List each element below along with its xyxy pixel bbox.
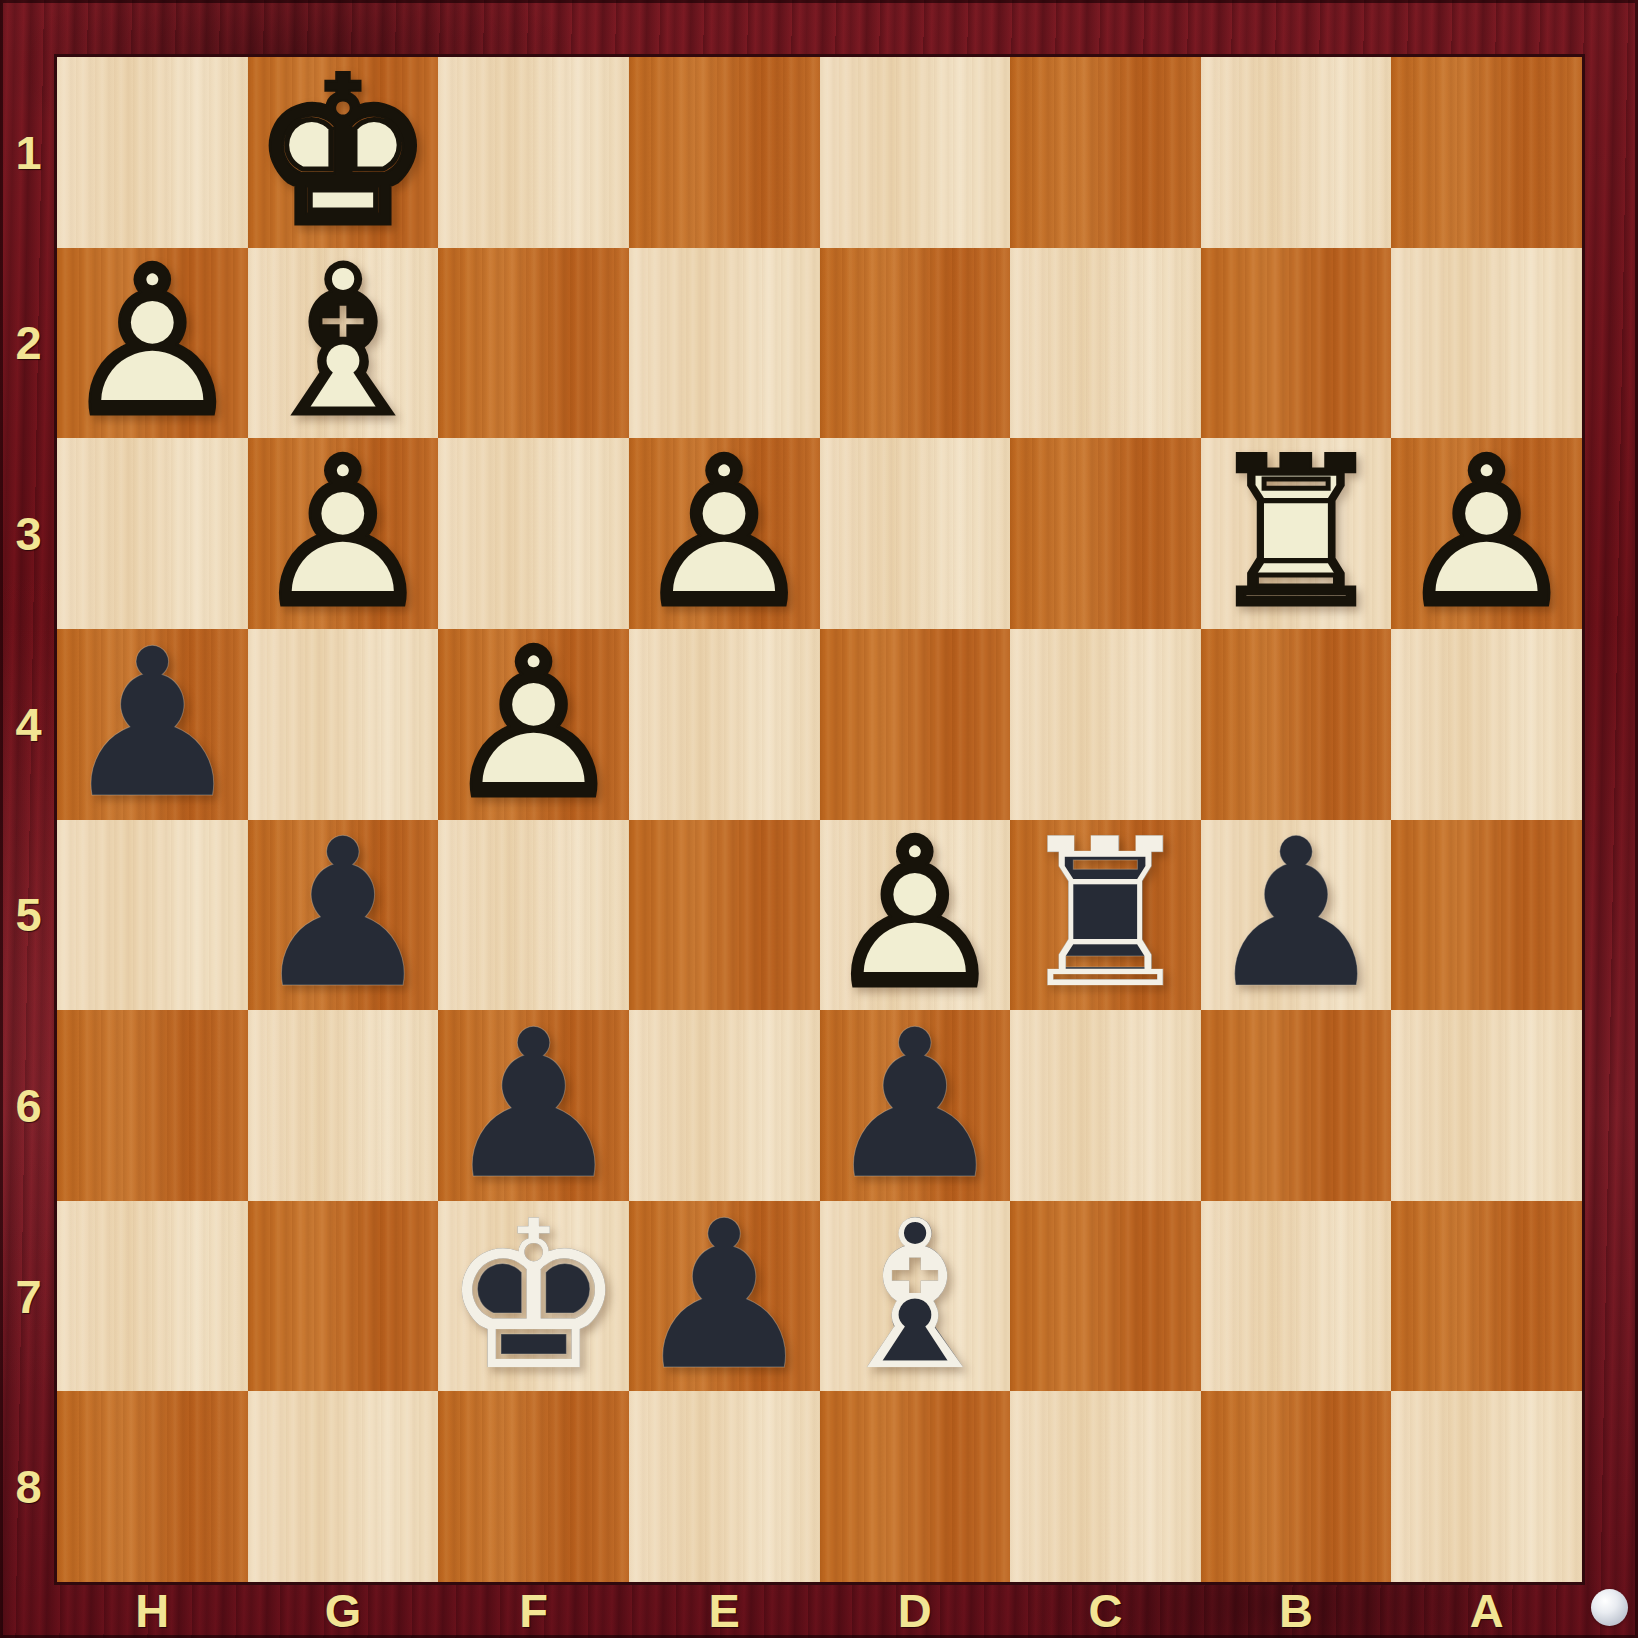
white-pawn-f4[interactable]: ♟♙ [438,629,629,820]
square-c1[interactable] [1010,57,1201,248]
square-h8[interactable] [57,1391,248,1582]
rank-label-2: 2 [0,248,57,439]
square-c3[interactable] [1010,438,1201,629]
square-a1[interactable] [1391,57,1582,248]
square-f4[interactable]: ♟♙ [438,629,629,820]
square-f3[interactable] [438,438,629,629]
square-e8[interactable] [629,1391,820,1582]
square-h3[interactable] [57,438,248,629]
black-pawn-e7[interactable]: ♟♙ [629,1201,820,1392]
square-a7[interactable] [1391,1201,1582,1392]
square-h4[interactable]: ♟♙ [57,629,248,820]
file-labels: HGFEDCBA [57,1582,1582,1638]
chess-app: ♚♔♟♙♝♗♟♙♟♙♜♖♟♙♟♙♟♙♟♙♟♙♜♖♟♙♟♙♟♙♚♔♟♙♝♗ 123… [0,0,1638,1638]
piece-glyph-outline: ♙ [820,820,1011,1011]
piece-glyph-fill: ♟ [438,1010,629,1201]
square-a5[interactable] [1391,820,1582,1011]
square-e1[interactable] [629,57,820,248]
square-g8[interactable] [248,1391,439,1582]
file-label-d: D [820,1582,1011,1638]
square-g4[interactable] [248,629,439,820]
square-h2[interactable]: ♟♙ [57,248,248,439]
piece-glyph-outline: ♙ [438,629,629,820]
square-h6[interactable] [57,1010,248,1201]
piece-glyph-fill: ♟ [57,629,248,820]
square-d1[interactable] [820,57,1011,248]
square-a8[interactable] [1391,1391,1582,1582]
piece-glyph-outline: ♔ [248,57,439,248]
square-e6[interactable] [629,1010,820,1201]
square-f5[interactable] [438,820,629,1011]
square-f2[interactable] [438,248,629,439]
rank-label-3: 3 [0,438,57,629]
piece-glyph-outline: ♗ [248,248,439,439]
file-label-h: H [57,1582,248,1638]
file-label-f: F [438,1582,629,1638]
square-h1[interactable] [57,57,248,248]
piece-glyph-fill: ♟ [629,1201,820,1392]
black-pawn-d6[interactable]: ♟♙ [820,1010,1011,1201]
square-b2[interactable] [1201,248,1392,439]
piece-glyph-fill: ♟ [820,1010,1011,1201]
square-c4[interactable] [1010,629,1201,820]
square-d5[interactable]: ♟♙ [820,820,1011,1011]
square-f8[interactable] [438,1391,629,1582]
square-f6[interactable]: ♟♙ [438,1010,629,1201]
white-pawn-e3[interactable]: ♟♙ [629,438,820,629]
square-g1[interactable]: ♚♔ [248,57,439,248]
square-c2[interactable] [1010,248,1201,439]
file-label-c: C [1010,1582,1201,1638]
square-g7[interactable] [248,1201,439,1392]
square-h5[interactable] [57,820,248,1011]
square-a4[interactable] [1391,629,1582,820]
square-c5[interactable]: ♜♖ [1010,820,1201,1011]
square-g2[interactable]: ♝♗ [248,248,439,439]
piece-glyph-fill: ♟ [1201,820,1392,1011]
square-a2[interactable] [1391,248,1582,439]
file-label-a: A [1391,1582,1582,1638]
square-g3[interactable]: ♟♙ [248,438,439,629]
piece-glyph-outline: ♖ [1010,820,1201,1011]
square-e2[interactable] [629,248,820,439]
black-bishop-d7[interactable]: ♝♗ [820,1201,1011,1392]
piece-glyph-outline: ♙ [629,438,820,629]
white-pawn-g3[interactable]: ♟♙ [248,438,439,629]
square-b5[interactable]: ♟♙ [1201,820,1392,1011]
square-b7[interactable] [1201,1201,1392,1392]
square-g5[interactable]: ♟♙ [248,820,439,1011]
square-b3[interactable]: ♜♖ [1201,438,1392,629]
square-h7[interactable] [57,1201,248,1392]
white-king-g1[interactable]: ♚♔ [248,57,439,248]
piece-glyph-fill: ♟ [248,820,439,1011]
black-pawn-b5[interactable]: ♟♙ [1201,820,1392,1011]
square-a3[interactable]: ♟♙ [1391,438,1582,629]
square-b8[interactable] [1201,1391,1392,1582]
square-g6[interactable] [248,1010,439,1201]
square-d2[interactable] [820,248,1011,439]
square-c6[interactable] [1010,1010,1201,1201]
rank-label-7: 7 [0,1201,57,1392]
black-king-f7[interactable]: ♚♔ [438,1201,629,1392]
square-b1[interactable] [1201,57,1392,248]
piece-glyph-outline: ♙ [248,438,439,629]
square-a6[interactable] [1391,1010,1582,1201]
square-c8[interactable] [1010,1391,1201,1582]
square-c7[interactable] [1010,1201,1201,1392]
piece-glyph-outline: ♙ [57,248,248,439]
square-f1[interactable] [438,57,629,248]
black-pawn-g5[interactable]: ♟♙ [248,820,439,1011]
black-pawn-f6[interactable]: ♟♙ [438,1010,629,1201]
black-pawn-h4[interactable]: ♟♙ [57,629,248,820]
white-pawn-h2[interactable]: ♟♙ [57,248,248,439]
square-d8[interactable] [820,1391,1011,1582]
square-b4[interactable] [1201,629,1392,820]
rank-label-6: 6 [0,1010,57,1201]
white-bishop-g2[interactable]: ♝♗ [248,248,439,439]
square-e5[interactable] [629,820,820,1011]
square-d7[interactable]: ♝♗ [820,1201,1011,1392]
piece-glyph-outline: ♙ [1391,438,1582,629]
chess-board: ♚♔♟♙♝♗♟♙♟♙♜♖♟♙♟♙♟♙♟♙♟♙♜♖♟♙♟♙♟♙♚♔♟♙♝♗ [57,57,1582,1582]
square-f7[interactable]: ♚♔ [438,1201,629,1392]
rank-label-5: 5 [0,820,57,1011]
rank-labels: 12345678 [0,57,57,1582]
square-d4[interactable] [820,629,1011,820]
rank-label-8: 8 [0,1391,57,1582]
file-label-b: B [1201,1582,1392,1638]
file-label-g: G [248,1582,439,1638]
piece-glyph-outline: ♔ [438,1201,629,1392]
sphere-icon [1591,1589,1628,1626]
white-rook-b3[interactable]: ♜♖ [1201,438,1392,629]
file-label-e: E [629,1582,820,1638]
square-e3[interactable]: ♟♙ [629,438,820,629]
square-e4[interactable] [629,629,820,820]
rank-label-4: 4 [0,629,57,820]
square-b6[interactable] [1201,1010,1392,1201]
white-pawn-d5[interactable]: ♟♙ [820,820,1011,1011]
rank-label-1: 1 [0,57,57,248]
black-rook-c5[interactable]: ♜♖ [1010,820,1201,1011]
piece-glyph-outline: ♖ [1201,438,1392,629]
square-d6[interactable]: ♟♙ [820,1010,1011,1201]
square-e7[interactable]: ♟♙ [629,1201,820,1392]
piece-glyph-outline: ♗ [820,1201,1011,1392]
white-pawn-a3[interactable]: ♟♙ [1391,438,1582,629]
square-d3[interactable] [820,438,1011,629]
